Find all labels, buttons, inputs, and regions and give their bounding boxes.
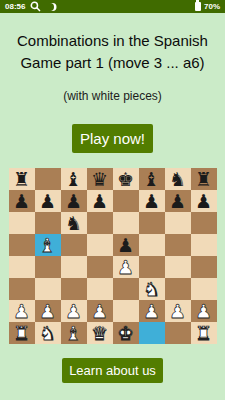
black-rook: ♜	[195, 170, 212, 189]
square-c1[interactable]: ♝	[61, 322, 87, 344]
white-pawn: ♟	[91, 302, 108, 321]
white-pawn: ♟	[65, 302, 82, 321]
square-c2[interactable]: ♟	[61, 300, 87, 322]
black-rook: ♜	[13, 170, 30, 189]
square-e4[interactable]: ♟	[113, 256, 139, 278]
square-e8[interactable]: ♚	[113, 168, 139, 190]
white-rook: ♜	[195, 324, 212, 343]
square-h4[interactable]	[191, 256, 217, 278]
square-f5[interactable]	[139, 234, 165, 256]
square-g7[interactable]: ♟	[165, 190, 191, 212]
square-f4[interactable]	[139, 256, 165, 278]
black-pawn: ♟	[13, 192, 30, 211]
square-e3[interactable]	[113, 278, 139, 300]
white-bishop: ♝	[65, 324, 82, 343]
square-f7[interactable]: ♟	[139, 190, 165, 212]
square-b7[interactable]: ♟	[35, 190, 61, 212]
square-a5[interactable]	[9, 234, 35, 256]
square-e6[interactable]	[113, 212, 139, 234]
status-bar: 08:56 70%	[0, 0, 225, 13]
square-d7[interactable]: ♟	[87, 190, 113, 212]
black-knight: ♞	[169, 170, 186, 189]
black-bishop: ♝	[143, 170, 160, 189]
square-a2[interactable]: ♟	[9, 300, 35, 322]
square-a6[interactable]	[9, 212, 35, 234]
square-e5[interactable]: ♟	[113, 234, 139, 256]
black-pawn: ♟	[143, 192, 160, 211]
square-b6[interactable]	[35, 212, 61, 234]
battery-icon	[195, 2, 201, 11]
square-d1[interactable]: ♛	[87, 322, 113, 344]
square-b8[interactable]	[35, 168, 61, 190]
white-rook: ♜	[13, 324, 30, 343]
square-g8[interactable]: ♞	[165, 168, 191, 190]
black-pawn: ♟	[117, 236, 134, 255]
square-h6[interactable]	[191, 212, 217, 234]
square-e1[interactable]: ♚	[113, 322, 139, 344]
square-g6[interactable]	[165, 212, 191, 234]
white-knight: ♞	[143, 280, 160, 299]
square-b3[interactable]	[35, 278, 61, 300]
square-f8[interactable]: ♝	[139, 168, 165, 190]
square-b2[interactable]: ♟	[35, 300, 61, 322]
square-h5[interactable]	[191, 234, 217, 256]
square-h2[interactable]: ♟	[191, 300, 217, 322]
square-a1[interactable]: ♜	[9, 322, 35, 344]
square-a4[interactable]	[9, 256, 35, 278]
search-icon	[30, 1, 41, 12]
app-screen: 08:56 70% Combinations in the Spanish Ga…	[0, 0, 225, 400]
square-c5[interactable]	[61, 234, 87, 256]
square-b1[interactable]: ♞	[35, 322, 61, 344]
black-pawn: ♟	[91, 192, 108, 211]
square-c8[interactable]: ♝	[61, 168, 87, 190]
square-h3[interactable]	[191, 278, 217, 300]
white-pawn: ♟	[169, 302, 186, 321]
square-d4[interactable]	[87, 256, 113, 278]
square-f1[interactable]	[139, 322, 165, 344]
square-g3[interactable]	[165, 278, 191, 300]
square-a3[interactable]	[9, 278, 35, 300]
square-g1[interactable]	[165, 322, 191, 344]
play-now-button[interactable]: Play now!	[72, 124, 153, 153]
chess-board[interactable]: ♜♝♛♚♝♞♜♟♟♟♟♟♟♟♞♝♟♟♞♟♟♟♟♟♟♟♜♞♝♛♚♜	[9, 168, 217, 344]
square-c4[interactable]	[61, 256, 87, 278]
square-b4[interactable]	[35, 256, 61, 278]
black-pawn: ♟	[65, 192, 82, 211]
page-title: Combinations in the Spanish Game part 1 …	[10, 30, 216, 73]
square-b5[interactable]: ♝	[35, 234, 61, 256]
black-knight: ♞	[65, 214, 82, 233]
learn-about-us-button[interactable]: Learn about us	[62, 358, 163, 383]
page-subtitle: (with white pieces)	[0, 89, 225, 103]
square-c6[interactable]: ♞	[61, 212, 87, 234]
white-king: ♚	[117, 324, 134, 343]
square-c7[interactable]: ♟	[61, 190, 87, 212]
square-c3[interactable]	[61, 278, 87, 300]
black-bishop: ♝	[65, 170, 82, 189]
square-e2[interactable]	[113, 300, 139, 322]
white-pawn: ♟	[143, 302, 160, 321]
square-a8[interactable]: ♜	[9, 168, 35, 190]
square-f2[interactable]: ♟	[139, 300, 165, 322]
square-e7[interactable]	[113, 190, 139, 212]
square-d5[interactable]	[87, 234, 113, 256]
white-pawn: ♟	[117, 258, 134, 277]
white-knight: ♞	[39, 324, 56, 343]
square-g2[interactable]: ♟	[165, 300, 191, 322]
square-g5[interactable]	[165, 234, 191, 256]
square-d6[interactable]	[87, 212, 113, 234]
battery-percent: 70%	[204, 2, 220, 11]
white-queen: ♛	[91, 324, 108, 343]
black-queen: ♛	[91, 170, 108, 189]
square-f6[interactable]	[139, 212, 165, 234]
white-pawn: ♟	[13, 302, 30, 321]
black-pawn: ♟	[195, 192, 212, 211]
square-g4[interactable]	[165, 256, 191, 278]
square-a7[interactable]: ♟	[9, 190, 35, 212]
white-pawn: ♟	[195, 302, 212, 321]
square-h1[interactable]: ♜	[191, 322, 217, 344]
clock: 08:56	[5, 2, 25, 11]
black-pawn: ♟	[169, 192, 186, 211]
white-pawn: ♟	[39, 302, 56, 321]
black-king: ♚	[117, 170, 134, 189]
square-f3[interactable]: ♞	[139, 278, 165, 300]
square-h8[interactable]: ♜	[191, 168, 217, 190]
square-d8[interactable]: ♛	[87, 168, 113, 190]
white-bishop: ♝	[39, 236, 56, 255]
black-pawn: ♟	[39, 192, 56, 211]
square-d2[interactable]: ♟	[87, 300, 113, 322]
moon-icon	[46, 3, 54, 11]
status-bar-right: 70%	[195, 2, 220, 11]
square-d3[interactable]	[87, 278, 113, 300]
square-h7[interactable]: ♟	[191, 190, 217, 212]
